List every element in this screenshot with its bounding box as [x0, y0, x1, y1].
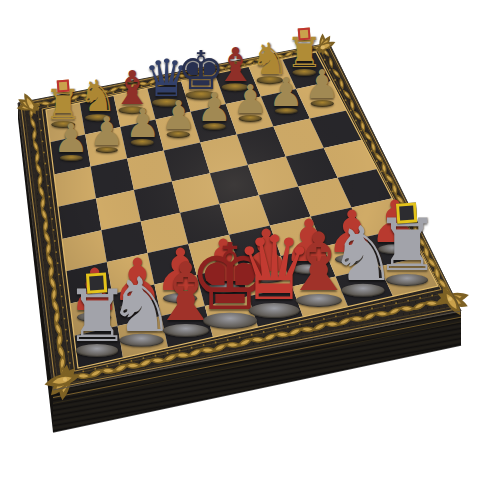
- chess-board: [0, 0, 480, 480]
- chess-set-product-photo: ♜♞♝♛♚♝♞♜♟♟♟♟♟♟♟♟♟♟♟♟♟♟♟♟♜♞♝♚♛♝♞♜: [0, 0, 480, 480]
